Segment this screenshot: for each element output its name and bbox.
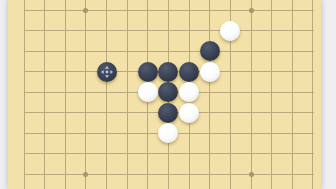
- grid-line-vertical: [251, 0, 252, 189]
- black-stone: [158, 82, 178, 102]
- grid-line-horizontal: [24, 153, 314, 154]
- black-stone: [158, 62, 178, 82]
- star-point: [83, 172, 88, 177]
- star-point: [83, 8, 88, 13]
- white-stone: [220, 21, 240, 41]
- black-stone: [179, 62, 199, 82]
- grid-line-vertical: [127, 0, 128, 189]
- star-point: [249, 172, 254, 177]
- grid-line-vertical: [106, 0, 107, 189]
- app-background: [0, 0, 336, 189]
- black-stone: [158, 103, 178, 123]
- star-point: [249, 8, 254, 13]
- grid-line-horizontal: [24, 10, 314, 11]
- move-cursor-stone[interactable]: [97, 62, 117, 82]
- grid-line-horizontal: [24, 51, 314, 52]
- grid-line-vertical: [292, 0, 293, 189]
- gomoku-board[interactable]: [8, 0, 321, 189]
- grid-line-vertical: [24, 0, 25, 189]
- grid-line-horizontal: [24, 174, 314, 175]
- white-stone: [158, 123, 178, 143]
- grid-line-horizontal: [24, 30, 314, 31]
- black-stone: [138, 62, 158, 82]
- white-stone: [179, 82, 199, 102]
- move-cursor-icon: [101, 66, 113, 78]
- grid-line-vertical: [312, 0, 313, 189]
- grid-line-vertical: [65, 0, 66, 189]
- grid-line-vertical: [44, 0, 45, 189]
- grid-line-vertical: [209, 0, 210, 189]
- white-stone: [138, 82, 158, 102]
- white-stone: [179, 103, 199, 123]
- white-stone: [200, 62, 220, 82]
- black-stone: [200, 41, 220, 61]
- grid-line-vertical: [85, 0, 86, 189]
- grid-line-vertical: [271, 0, 272, 189]
